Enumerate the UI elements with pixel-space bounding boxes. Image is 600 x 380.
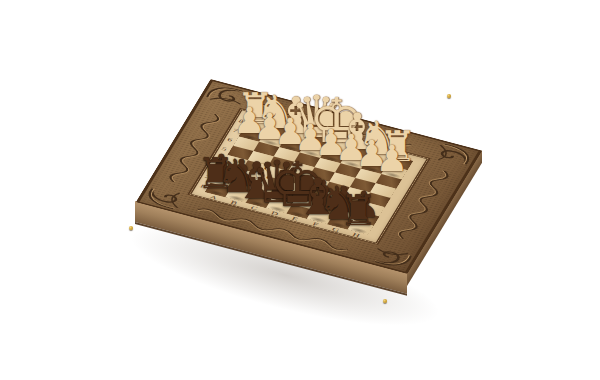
brass-hinge-pin-left [129,226,133,230]
brass-hinge-pin-far [447,94,451,98]
brass-hinge-pin-near [383,299,387,303]
chess-piece-glyph: ♜ [339,192,377,232]
square-h1: ♜ [348,220,374,235]
chess-piece-glyph: ♟ [376,142,408,176]
product-photo-stage: 87654321 ABCDEFGH ♜♞♝♛♚♝♞♜♟♟♟♟♟♟♟♟♟♟♟♟♟♟… [0,0,600,380]
